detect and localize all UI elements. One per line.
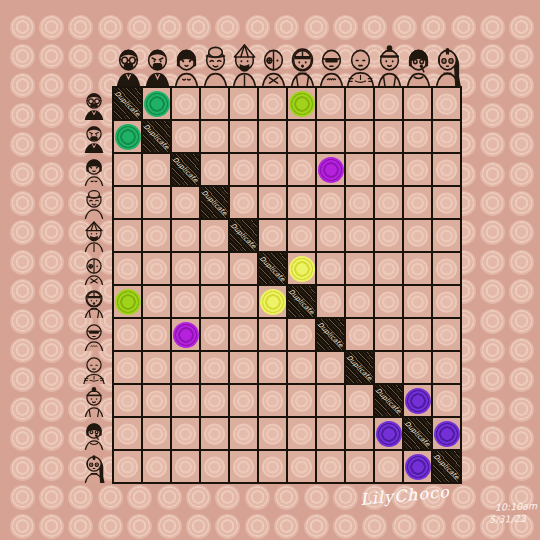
- board-cell[interactable]: [143, 451, 170, 482]
- board-cell[interactable]: [288, 352, 315, 383]
- token-dot-violet stamp: [376, 421, 402, 447]
- board-cell[interactable]: [143, 154, 170, 185]
- watermark-circle: [39, 367, 64, 392]
- token-dot-violet stamp: [434, 421, 460, 447]
- board-cell[interactable]: [433, 253, 460, 284]
- watermark-circle: [451, 514, 476, 539]
- board-cell[interactable]: [201, 220, 228, 251]
- board-cell[interactable]: [404, 286, 431, 317]
- timestamp: 10:10am 5/31/23: [494, 500, 537, 525]
- watermark-circle: [480, 103, 505, 128]
- board-cell[interactable]: [317, 286, 344, 317]
- duplicate-cell[interactable]: Duplicate: [346, 352, 373, 383]
- watermark-circle: [480, 15, 505, 40]
- board-cell[interactable]: [433, 121, 460, 152]
- board-cell[interactable]: [230, 88, 257, 119]
- board-cell[interactable]: [288, 418, 315, 449]
- board-cell[interactable]: [317, 220, 344, 251]
- watermark-circle: [304, 15, 329, 40]
- watermark-circle: [10, 309, 35, 334]
- watermark-circle: [392, 15, 417, 40]
- watermark-circle: [10, 220, 35, 245]
- board-cell[interactable]: [201, 451, 228, 482]
- watermark-circle: [39, 426, 64, 451]
- top-avatar-headband-hair: [287, 41, 318, 86]
- board-cell[interactable]: [143, 385, 170, 416]
- duplicate-cell[interactable]: Duplicate: [404, 418, 431, 449]
- board-cell[interactable]: [172, 88, 199, 119]
- board-cell[interactable]: [114, 451, 141, 482]
- board-cell[interactable]: [201, 418, 228, 449]
- watermark-circle: [39, 73, 64, 98]
- watermark-circle: [68, 514, 93, 539]
- board-cell[interactable]: [143, 418, 170, 449]
- board-cell[interactable]: [317, 253, 344, 284]
- watermark-circle: [480, 162, 505, 187]
- duplicate-label: Duplicate: [432, 452, 461, 481]
- watermark-circle: [10, 191, 35, 216]
- watermark-circle: [480, 397, 505, 422]
- left-avatar-topknot: [76, 384, 112, 417]
- board-cell[interactable]: [114, 187, 141, 218]
- left-avatar-masked-scowl: [76, 120, 112, 153]
- watermark-circle: [274, 485, 299, 510]
- watermark-circle: [480, 44, 505, 69]
- board-cell[interactable]: [346, 220, 373, 251]
- board-cell[interactable]: [433, 187, 460, 218]
- left-avatar-masked-glasses: [76, 87, 112, 120]
- watermark-circle: [509, 309, 534, 334]
- top-avatar-split-face: [258, 41, 289, 86]
- board-cell[interactable]: [346, 286, 373, 317]
- watermark-circle: [333, 485, 358, 510]
- board-cell[interactable]: [375, 319, 402, 350]
- board-cell[interactable]: [317, 88, 344, 119]
- watermark-circle: [480, 279, 505, 304]
- board-cell[interactable]: [375, 220, 402, 251]
- board-cell[interactable]: [114, 385, 141, 416]
- board-cell[interactable]: [346, 121, 373, 152]
- board-cell[interactable]: [259, 385, 286, 416]
- watermark-circle: [509, 397, 534, 422]
- watermark-circle: [451, 485, 476, 510]
- watermark-circle: [98, 485, 123, 510]
- board-cell[interactable]: [288, 253, 315, 284]
- watermark-circle: [480, 338, 505, 363]
- board-cell[interactable]: [172, 385, 199, 416]
- watermark-circle: [333, 514, 358, 539]
- duplicate-cell[interactable]: Duplicate: [433, 451, 460, 482]
- board-cell[interactable]: [114, 253, 141, 284]
- left-avatar-headband-hair: [76, 285, 112, 318]
- board-cell[interactable]: [346, 187, 373, 218]
- duplicate-label: Duplicate: [258, 254, 287, 283]
- board-cell[interactable]: [259, 121, 286, 152]
- duplicate-cell[interactable]: Duplicate: [172, 154, 199, 185]
- watermark-circle: [509, 220, 534, 245]
- board-cell[interactable]: [404, 253, 431, 284]
- board-cell[interactable]: [172, 187, 199, 218]
- board-cell[interactable]: [201, 352, 228, 383]
- board-cell[interactable]: [404, 451, 431, 482]
- board-cell[interactable]: [288, 187, 315, 218]
- duplicate-cell[interactable]: Duplicate: [259, 253, 286, 284]
- watermark-circle: [480, 309, 505, 334]
- watermark-circle: [157, 485, 182, 510]
- watermark-circle: [39, 250, 64, 275]
- left-avatar-punk-girl: [76, 450, 112, 483]
- watermark-circle: [10, 73, 35, 98]
- board-cell[interactable]: [404, 352, 431, 383]
- duplicate-cell[interactable]: Duplicate: [143, 121, 170, 152]
- board-cell[interactable]: [201, 286, 228, 317]
- watermark-circle: [509, 132, 534, 157]
- board-cell[interactable]: [346, 418, 373, 449]
- board-cell[interactable]: [375, 154, 402, 185]
- watermark-circle: [39, 103, 64, 128]
- left-avatar-conical-hat: [76, 219, 112, 252]
- board-cell[interactable]: [346, 385, 373, 416]
- watermark-circle: [39, 397, 64, 422]
- board-cell[interactable]: [201, 121, 228, 152]
- watermark-circle: [39, 132, 64, 157]
- watermark-circle: [39, 15, 64, 40]
- board-cell[interactable]: [317, 154, 344, 185]
- board-cell[interactable]: [375, 187, 402, 218]
- date-label: 5/31/23: [489, 512, 538, 526]
- board-cell[interactable]: [317, 385, 344, 416]
- watermark-circle: [10, 485, 35, 510]
- board-cell[interactable]: [288, 385, 315, 416]
- duplicate-cell[interactable]: Duplicate: [288, 286, 315, 317]
- board-cell[interactable]: [230, 451, 257, 482]
- watermark-circle: [10, 456, 35, 481]
- left-avatar-muscle-bald: [76, 351, 112, 384]
- duplicate-cell[interactable]: Duplicate: [114, 88, 141, 119]
- left-avatar-split-face: [76, 252, 112, 285]
- board-cell[interactable]: [317, 451, 344, 482]
- board-cell[interactable]: [172, 286, 199, 317]
- watermark-circle: [10, 426, 35, 451]
- token-dot-lime-green stamp: [289, 91, 315, 117]
- watermark-circle: [10, 132, 35, 157]
- watermark-circle: [509, 44, 534, 69]
- board-cell[interactable]: [114, 154, 141, 185]
- top-avatar-masked-scowl: [142, 41, 173, 86]
- board-cell[interactable]: [114, 418, 141, 449]
- watermark-circle: [127, 514, 152, 539]
- top-avatar-sunglasses-bald: [316, 41, 347, 86]
- token-dot-violet stamp: [405, 454, 431, 480]
- watermark-circle: [509, 279, 534, 304]
- board-cell[interactable]: [259, 451, 286, 482]
- board-cell[interactable]: [288, 121, 315, 152]
- watermark-circle: [362, 15, 387, 40]
- board[interactable]: DuplicateDuplicateDuplicateDuplicateDupl…: [112, 86, 462, 484]
- watermark-circle: [480, 456, 505, 481]
- watermark-circle: [509, 103, 534, 128]
- duplicate-label: Duplicate: [345, 353, 374, 382]
- board-cell[interactable]: [143, 220, 170, 251]
- watermark-circle: [127, 15, 152, 40]
- board-cell[interactable]: [201, 385, 228, 416]
- watermark-circle: [509, 456, 534, 481]
- board-cell[interactable]: [404, 385, 431, 416]
- board-cell[interactable]: [433, 286, 460, 317]
- watermark-circle: [421, 514, 446, 539]
- top-avatar-muscle-bald: [345, 41, 376, 86]
- board-cell[interactable]: [375, 253, 402, 284]
- watermark-circle: [39, 279, 64, 304]
- watermark-circle: [98, 514, 123, 539]
- watermark-circle: [421, 15, 446, 40]
- watermark-circle: [68, 15, 93, 40]
- board-cell[interactable]: [230, 418, 257, 449]
- token-dot-magenta stamp: [318, 157, 344, 183]
- watermark-circle: [186, 514, 211, 539]
- board-cell[interactable]: [346, 154, 373, 185]
- board-cell[interactable]: [230, 121, 257, 152]
- duplicate-label: Duplicate: [316, 320, 345, 349]
- board-cell[interactable]: [172, 253, 199, 284]
- board-cell[interactable]: [346, 451, 373, 482]
- duplicate-label: Duplicate: [171, 155, 200, 184]
- watermark-circle: [186, 485, 211, 510]
- token-dot-lime-green stamp: [115, 289, 141, 315]
- watermark-circle: [39, 44, 64, 69]
- token-dot-yellow stamp: [260, 289, 286, 315]
- watermark-circle: [509, 367, 534, 392]
- board-cell[interactable]: [201, 88, 228, 119]
- board-cell[interactable]: [375, 121, 402, 152]
- watermark-circle: [480, 426, 505, 451]
- duplicate-label: Duplicate: [287, 287, 316, 316]
- board-cell[interactable]: [172, 451, 199, 482]
- board-cell[interactable]: [172, 121, 199, 152]
- board-cell[interactable]: [346, 253, 373, 284]
- board-cell[interactable]: [404, 154, 431, 185]
- board-cell[interactable]: [259, 286, 286, 317]
- board-cell[interactable]: [230, 286, 257, 317]
- board-cell[interactable]: [288, 451, 315, 482]
- watermark-circle: [157, 514, 182, 539]
- watermark-circle: [509, 15, 534, 40]
- watermark-circle: [509, 426, 534, 451]
- watermark-circle: [39, 456, 64, 481]
- board-cell[interactable]: [259, 154, 286, 185]
- watermark-circle: [509, 338, 534, 363]
- watermark-circle: [39, 309, 64, 334]
- token-dot-violet stamp: [405, 388, 431, 414]
- board-cell[interactable]: [433, 88, 460, 119]
- duplicate-cell[interactable]: Duplicate: [230, 220, 257, 251]
- watermark-circle: [304, 514, 329, 539]
- duplicate-label: Duplicate: [142, 122, 171, 151]
- board-cell[interactable]: [259, 88, 286, 119]
- duplicate-label: Duplicate: [229, 221, 258, 250]
- left-avatar-round-hat: [76, 186, 112, 219]
- left-avatar-bob-girl: [76, 417, 112, 450]
- duplicate-cell[interactable]: Duplicate: [375, 385, 402, 416]
- board-cell[interactable]: [433, 385, 460, 416]
- watermark-circle: [10, 338, 35, 363]
- board-cell[interactable]: [288, 220, 315, 251]
- board-cell[interactable]: [375, 88, 402, 119]
- board-cell[interactable]: [143, 187, 170, 218]
- board-cell[interactable]: [230, 253, 257, 284]
- watermark-circle: [480, 132, 505, 157]
- watermark-circle: [10, 397, 35, 422]
- board-cell[interactable]: [172, 352, 199, 383]
- watermark-circle: [10, 514, 35, 539]
- duplicate-cell[interactable]: Duplicate: [317, 319, 344, 350]
- watermark-circle: [245, 15, 270, 40]
- left-avatar-sunglasses-bald: [76, 318, 112, 351]
- board-cell[interactable]: [404, 88, 431, 119]
- board-cell[interactable]: [346, 319, 373, 350]
- board-cell[interactable]: [288, 88, 315, 119]
- watermark-circle: [480, 73, 505, 98]
- watermark-circle: [10, 103, 35, 128]
- board-cell[interactable]: [143, 253, 170, 284]
- top-avatar-topknot: [374, 41, 405, 86]
- board-cell[interactable]: [375, 286, 402, 317]
- watermark-circle: [39, 514, 64, 539]
- board-cell[interactable]: [404, 121, 431, 152]
- watermark-circle: [451, 15, 476, 40]
- watermark-circle: [10, 279, 35, 304]
- token-dot-yellow stamp: [289, 256, 315, 282]
- top-avatar-bob-girl: [403, 41, 434, 86]
- board-cell[interactable]: [143, 286, 170, 317]
- board-cell[interactable]: [172, 418, 199, 449]
- board-cell[interactable]: [114, 121, 141, 152]
- board-cell[interactable]: [143, 88, 170, 119]
- watermark-circle: [10, 15, 35, 40]
- board-cell[interactable]: [230, 319, 257, 350]
- board-cell[interactable]: [433, 352, 460, 383]
- board-cell[interactable]: [114, 319, 141, 350]
- board-cell[interactable]: [230, 385, 257, 416]
- watermark-circle: [98, 15, 123, 40]
- left-avatar-bob-hair-woman: [76, 153, 112, 186]
- board-cell[interactable]: [346, 88, 373, 119]
- board-cell[interactable]: [433, 154, 460, 185]
- board-cell[interactable]: [288, 319, 315, 350]
- board-cell[interactable]: [172, 220, 199, 251]
- watermark-circle: [333, 15, 358, 40]
- watermark-circle: [68, 44, 93, 69]
- watermark-circle: [245, 485, 270, 510]
- board-cell[interactable]: [230, 187, 257, 218]
- board-cell[interactable]: [201, 319, 228, 350]
- board-cell[interactable]: [317, 187, 344, 218]
- watermark-circle: [215, 514, 240, 539]
- watermark-circle: [186, 15, 211, 40]
- watermark-circle: [68, 485, 93, 510]
- board-cell[interactable]: [259, 220, 286, 251]
- board-cell[interactable]: [114, 286, 141, 317]
- board-cell[interactable]: [404, 187, 431, 218]
- duplicate-cell[interactable]: Duplicate: [201, 187, 228, 218]
- time-label: 10:10am: [494, 500, 537, 513]
- board-cell[interactable]: [259, 319, 286, 350]
- board-cell[interactable]: [230, 154, 257, 185]
- watermark-circle: [10, 250, 35, 275]
- board-cell[interactable]: [404, 319, 431, 350]
- board-cell[interactable]: [433, 418, 460, 449]
- watermark-circle: [215, 15, 240, 40]
- watermark-circle: [274, 514, 299, 539]
- board-cell[interactable]: [201, 253, 228, 284]
- board-cell[interactable]: [259, 187, 286, 218]
- watermark-circle: [245, 514, 270, 539]
- board-cell[interactable]: [114, 352, 141, 383]
- token-dot-teal-green stamp: [144, 91, 170, 117]
- board-cell[interactable]: [259, 352, 286, 383]
- top-avatar-round-hat: [200, 41, 231, 86]
- board-cell[interactable]: [404, 220, 431, 251]
- watermark-circle: [480, 250, 505, 275]
- duplicate-label: Duplicate: [374, 386, 403, 415]
- board-cell[interactable]: [230, 352, 257, 383]
- board-cell[interactable]: [375, 418, 402, 449]
- board-cell[interactable]: [259, 418, 286, 449]
- board-cell[interactable]: [433, 319, 460, 350]
- board-cell[interactable]: [317, 121, 344, 152]
- watermark-circle: [39, 191, 64, 216]
- board-cell[interactable]: [317, 352, 344, 383]
- watermark-circle: [480, 191, 505, 216]
- board-cell[interactable]: [288, 154, 315, 185]
- watermark-circle: [362, 514, 387, 539]
- board-cell[interactable]: [375, 451, 402, 482]
- token-dot-magenta stamp: [173, 322, 199, 348]
- top-avatar-punk-girl: [432, 41, 463, 86]
- top-avatar-conical-hat: [229, 41, 260, 86]
- top-avatar-bob-hair-woman: [171, 41, 202, 86]
- watermark-circle: [480, 220, 505, 245]
- watermark-circle: [39, 485, 64, 510]
- watermark-circle: [392, 514, 417, 539]
- board-cell[interactable]: [433, 220, 460, 251]
- watermark-circle: [509, 250, 534, 275]
- watermark-circle: [215, 485, 240, 510]
- watermark-circle: [480, 367, 505, 392]
- board-cell[interactable]: [317, 418, 344, 449]
- board-cell[interactable]: [172, 319, 199, 350]
- watermark-circle: [10, 367, 35, 392]
- watermark-circle: [304, 485, 329, 510]
- watermark-circle: [274, 15, 299, 40]
- duplicate-label: Duplicate: [113, 89, 142, 118]
- board-cell[interactable]: [201, 154, 228, 185]
- board-cell[interactable]: [114, 220, 141, 251]
- board-cell[interactable]: [143, 319, 170, 350]
- watermark-circle: [39, 220, 64, 245]
- artwork-canvas: DuplicateDuplicateDuplicateDuplicateDupl…: [0, 0, 540, 540]
- watermark-circle: [157, 15, 182, 40]
- board-cell[interactable]: [143, 352, 170, 383]
- watermark-circle: [10, 162, 35, 187]
- watermark-circle: [10, 44, 35, 69]
- watermark-circle: [509, 162, 534, 187]
- token-dot-teal-green stamp: [115, 124, 141, 150]
- duplicate-label: Duplicate: [200, 188, 229, 217]
- board-cell[interactable]: [375, 352, 402, 383]
- top-avatar-masked-glasses: [113, 41, 144, 86]
- watermark-circle: [509, 191, 534, 216]
